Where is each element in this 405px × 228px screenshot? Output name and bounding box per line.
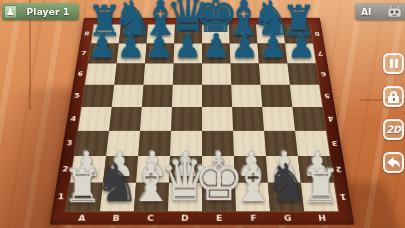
rank-label-4: 4 <box>322 107 338 131</box>
file-label-a: A <box>64 211 100 224</box>
square-d7[interactable]: ♟ <box>174 43 202 63</box>
robot-icon <box>387 5 402 18</box>
square-a4[interactable] <box>78 107 112 131</box>
side-toolbar: 2D <box>383 53 404 173</box>
square-b7[interactable]: ♟ <box>117 43 147 63</box>
square-h1[interactable]: ♜ <box>301 183 338 212</box>
piece-black-pawn[interactable]: ♟ <box>231 29 259 62</box>
square-a5[interactable] <box>82 85 115 107</box>
file-label-h: H <box>304 211 340 224</box>
file-label-e: E <box>202 211 237 224</box>
square-h5[interactable] <box>290 85 323 107</box>
pause-icon <box>390 59 398 68</box>
piece-black-pawn[interactable]: ♟ <box>174 29 202 62</box>
square-b6[interactable] <box>114 64 145 85</box>
square-c4[interactable] <box>140 107 172 131</box>
square-b5[interactable] <box>112 85 144 107</box>
file-label-b: B <box>98 211 134 224</box>
pause-button[interactable] <box>383 53 404 74</box>
square-f6[interactable] <box>230 64 260 85</box>
board-grid: ♜♞♝♛♚♝♞♜♟♟♟♟♟♟♟♟♟♟♟♟♟♟♟♟♜♞♝♛♚♝♞♜ <box>66 24 338 211</box>
square-g4[interactable] <box>262 107 295 131</box>
square-b4[interactable] <box>109 107 142 131</box>
square-e5[interactable] <box>202 85 232 107</box>
square-e6[interactable] <box>202 64 231 85</box>
square-f4[interactable] <box>232 107 264 131</box>
square-h6[interactable] <box>287 64 319 85</box>
rank-label-6: 6 <box>316 63 331 84</box>
file-label-d: D <box>167 211 202 224</box>
undo-arrow-icon <box>386 156 401 169</box>
square-d6[interactable] <box>173 64 202 85</box>
game-stage: 87654321 87654321 ABCDEFGH ♜♞♝♛♚♝♞♜♟♟♟♟♟… <box>0 0 405 228</box>
square-g7[interactable]: ♟ <box>257 43 287 63</box>
square-a6[interactable] <box>85 64 117 85</box>
square-d5[interactable] <box>172 85 202 107</box>
square-g1[interactable]: ♞ <box>268 183 304 212</box>
square-d4[interactable] <box>171 107 202 131</box>
player-top-name: AI <box>361 7 371 17</box>
view-2d-label: 2D <box>386 124 400 135</box>
square-g6[interactable] <box>259 64 290 85</box>
piece-white-rook[interactable]: ♜ <box>301 163 341 209</box>
file-label-g: G <box>270 211 306 224</box>
square-e4[interactable] <box>202 107 233 131</box>
white-pawn-icon: ♟ <box>4 5 17 18</box>
square-a7[interactable]: ♟ <box>88 43 119 63</box>
square-h4[interactable] <box>292 107 326 131</box>
square-f7[interactable]: ♟ <box>230 43 259 63</box>
square-f5[interactable] <box>231 85 262 107</box>
square-h7[interactable]: ♟ <box>285 43 316 63</box>
piece-black-pawn[interactable]: ♟ <box>117 29 145 62</box>
player-top-bar: AI <box>355 3 405 20</box>
file-label-f: F <box>236 211 271 224</box>
piece-black-pawn[interactable]: ♟ <box>287 29 315 62</box>
square-g5[interactable] <box>261 85 293 107</box>
rank-label-5: 5 <box>319 85 335 107</box>
file-labels-bottom: ABCDEFGH <box>64 211 340 224</box>
player-bottom-bar: ♟ Player 1 <box>2 3 79 20</box>
piece-black-pawn[interactable]: ♟ <box>88 29 116 62</box>
view-2d-button[interactable]: 2D <box>383 119 404 140</box>
lock-button[interactable] <box>383 86 404 107</box>
square-c7[interactable]: ♟ <box>145 43 174 63</box>
avatar-glyph: ♟ <box>6 7 15 17</box>
board-frame: 87654321 87654321 ABCDEFGH ♜♞♝♛♚♝♞♜♟♟♟♟♟… <box>50 18 355 225</box>
file-label-c: C <box>133 211 168 224</box>
board-scene: 87654321 87654321 ABCDEFGH ♜♞♝♛♚♝♞♜♟♟♟♟♟… <box>0 0 405 228</box>
piece-black-pawn[interactable]: ♟ <box>259 29 287 62</box>
square-c6[interactable] <box>143 64 173 85</box>
lock-icon <box>388 91 399 103</box>
piece-black-pawn[interactable]: ♟ <box>202 29 230 62</box>
square-c5[interactable] <box>142 85 173 107</box>
piece-black-pawn[interactable]: ♟ <box>145 29 173 62</box>
chess-board: 87654321 87654321 ABCDEFGH ♜♞♝♛♚♝♞♜♟♟♟♟♟… <box>50 18 355 225</box>
square-e7[interactable]: ♟ <box>202 43 230 63</box>
player-bottom-name: Player 1 <box>17 7 79 17</box>
undo-button[interactable] <box>383 152 404 173</box>
